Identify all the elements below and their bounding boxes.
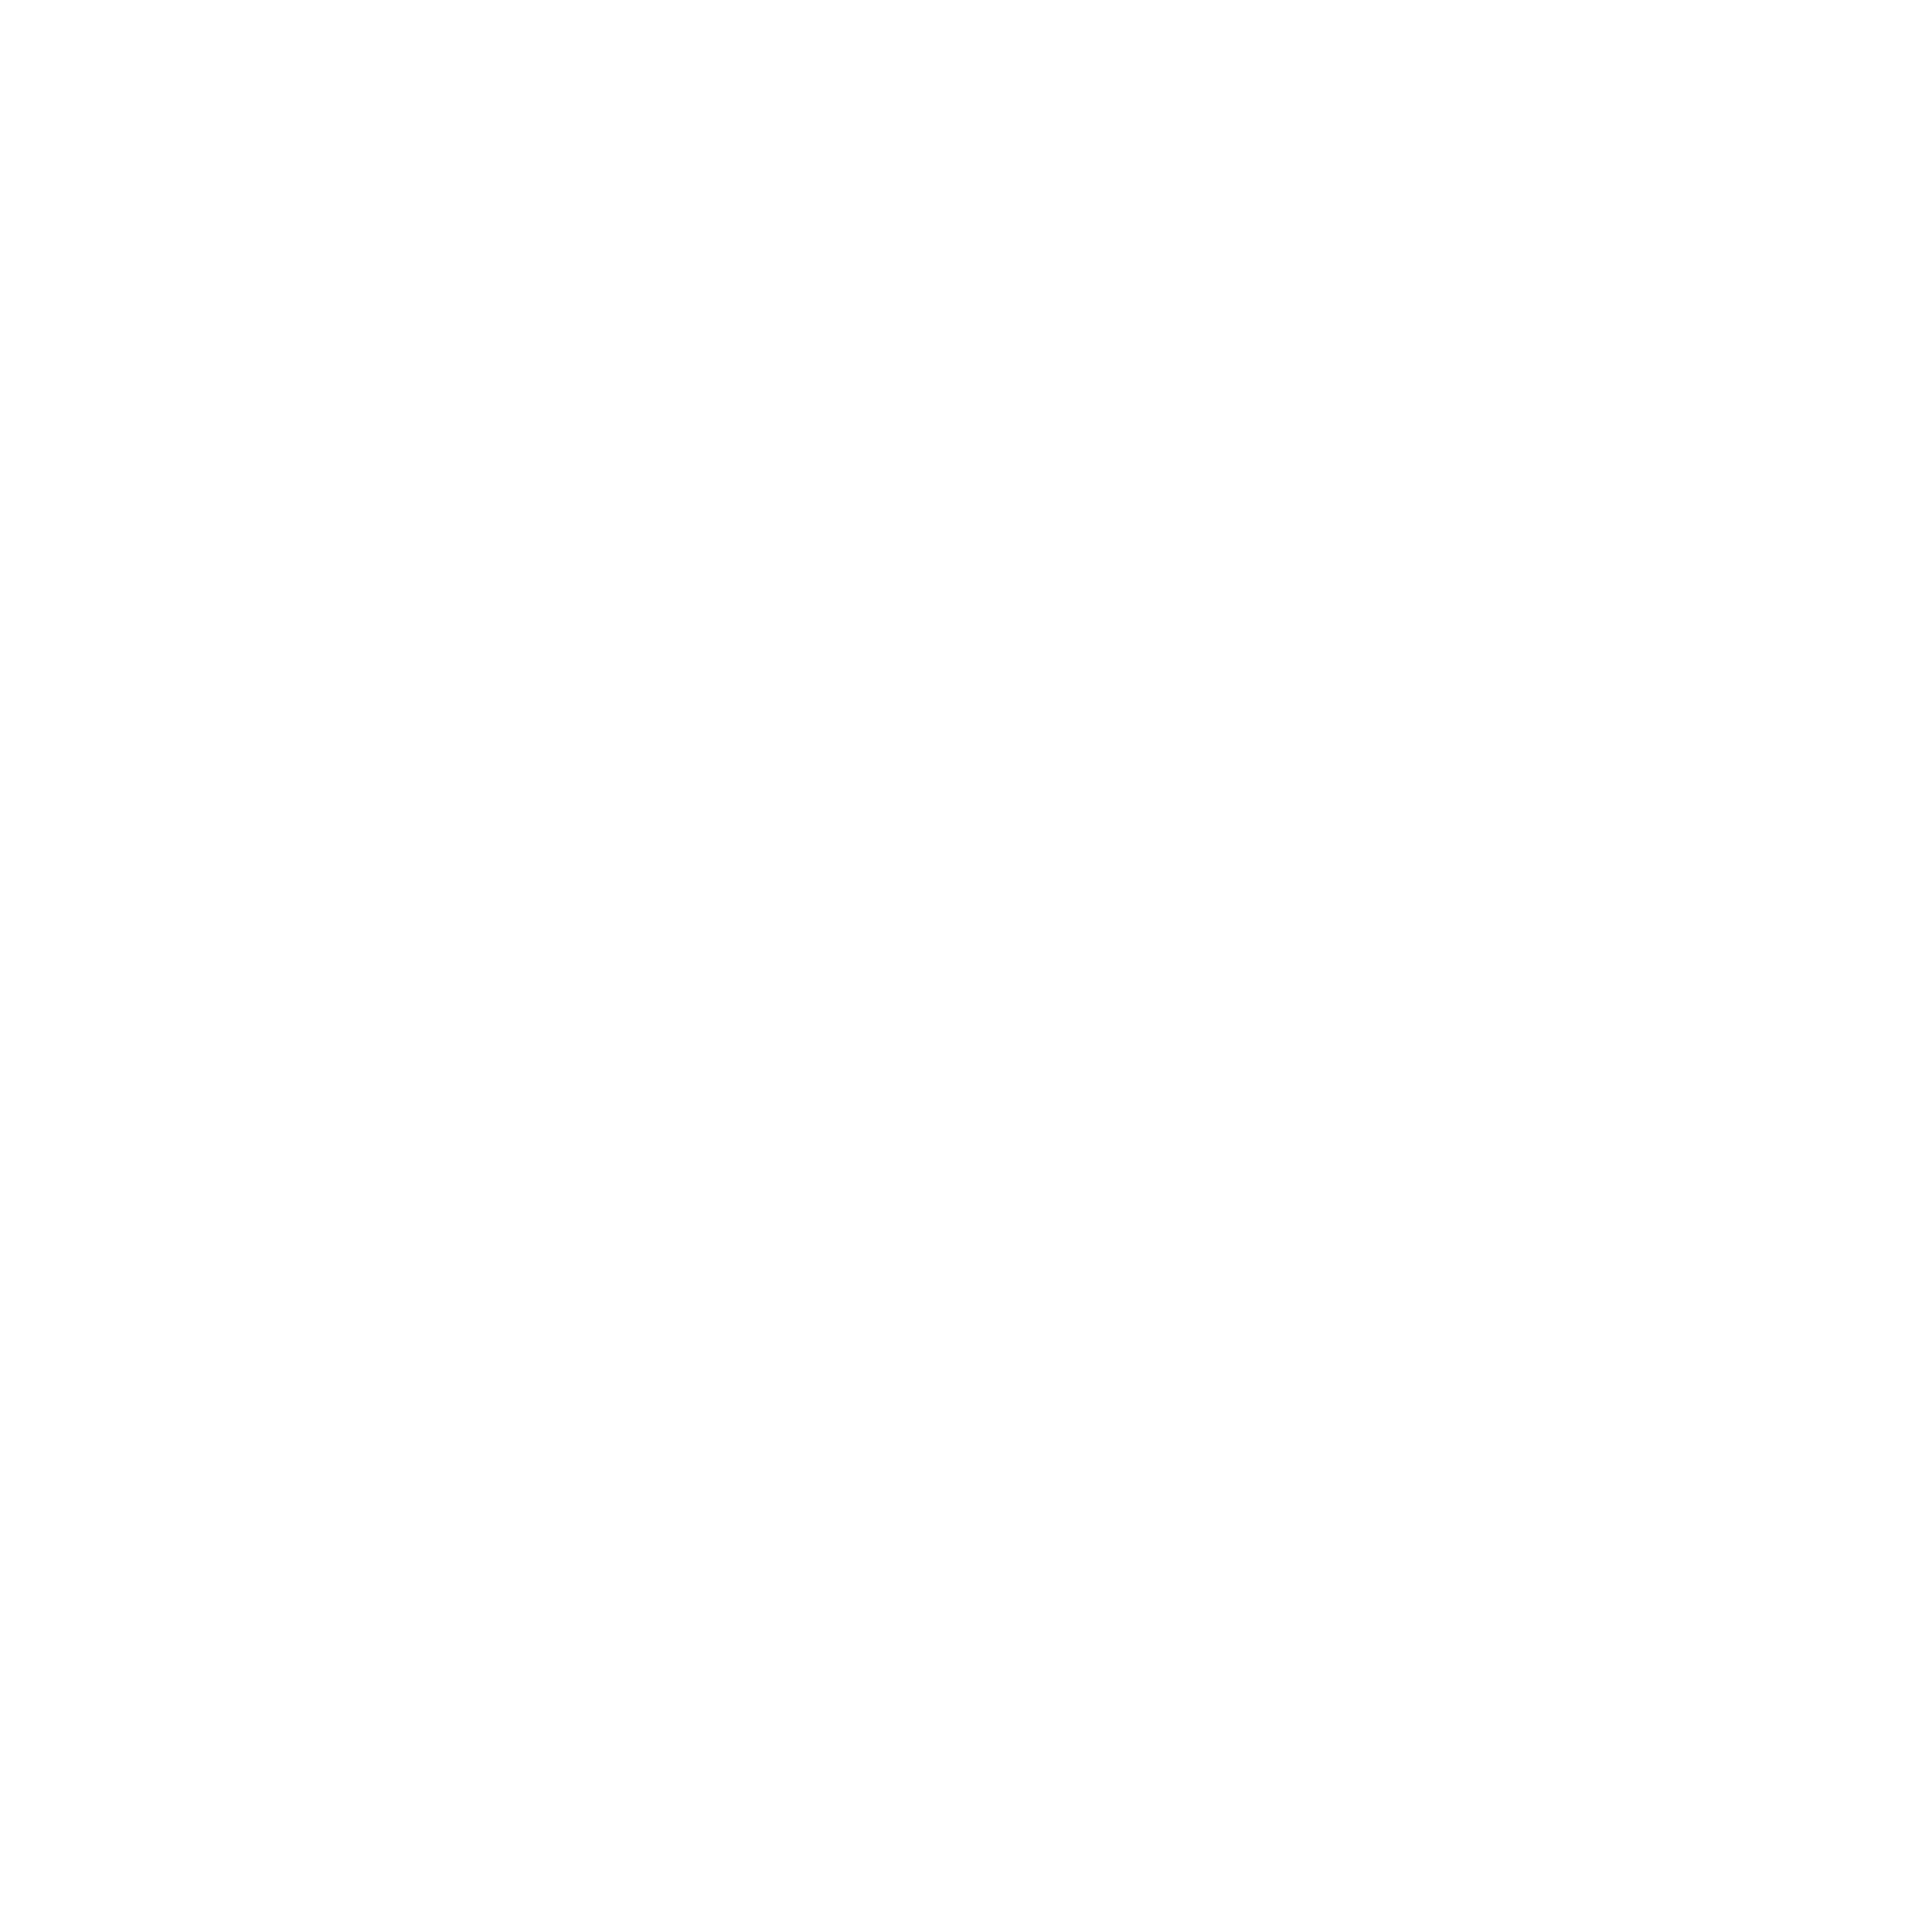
product-photo	[0, 0, 1932, 1932]
chess-set-photo	[0, 0, 1932, 1932]
